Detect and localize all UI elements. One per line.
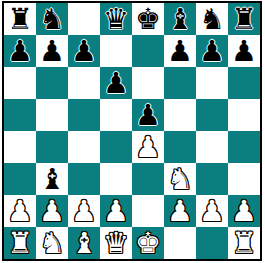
piece-white-pawn[interactable]: ♟ [7, 195, 33, 227]
square-d4[interactable] [100, 131, 132, 163]
square-c6[interactable] [68, 67, 100, 99]
piece-black-pawn[interactable]: ♟ [135, 99, 161, 131]
square-f6[interactable] [164, 67, 196, 99]
square-e8[interactable]: ♚ [132, 3, 164, 35]
piece-white-rook[interactable]: ♜ [7, 227, 33, 259]
square-e6[interactable] [132, 67, 164, 99]
chess-board-frame: ♜♞♛♚♝♞♜♟♟♟♟♟♟♟♟♟♝♞♟♟♟♟♟♟♟♜♞♝♛♚♜ [2, 1, 262, 261]
square-a2[interactable]: ♟ [4, 195, 36, 227]
square-d1[interactable]: ♛ [100, 227, 132, 259]
square-f1[interactable] [164, 227, 196, 259]
piece-white-pawn[interactable]: ♟ [71, 195, 97, 227]
square-h1[interactable]: ♜ [228, 227, 260, 259]
square-g1[interactable] [196, 227, 228, 259]
piece-white-knight[interactable]: ♞ [167, 163, 193, 195]
square-f5[interactable] [164, 99, 196, 131]
piece-black-pawn[interactable]: ♟ [39, 35, 65, 67]
square-b8[interactable]: ♞ [36, 3, 68, 35]
square-e1[interactable]: ♚ [132, 227, 164, 259]
square-b4[interactable] [36, 131, 68, 163]
square-c3[interactable] [68, 163, 100, 195]
piece-white-knight[interactable]: ♞ [39, 227, 65, 259]
square-g6[interactable] [196, 67, 228, 99]
square-h5[interactable] [228, 99, 260, 131]
square-d6[interactable]: ♟ [100, 67, 132, 99]
square-d8[interactable]: ♛ [100, 3, 132, 35]
chess-board: ♜♞♛♚♝♞♜♟♟♟♟♟♟♟♟♟♝♞♟♟♟♟♟♟♟♜♞♝♛♚♜ [4, 3, 260, 259]
square-a8[interactable]: ♜ [4, 3, 36, 35]
square-g3[interactable] [196, 163, 228, 195]
square-c1[interactable]: ♝ [68, 227, 100, 259]
piece-white-pawn[interactable]: ♟ [231, 195, 257, 227]
piece-white-queen[interactable]: ♛ [103, 227, 129, 259]
square-d7[interactable] [100, 35, 132, 67]
square-g2[interactable]: ♟ [196, 195, 228, 227]
square-e4[interactable]: ♟ [132, 131, 164, 163]
piece-black-pawn[interactable]: ♟ [71, 35, 97, 67]
piece-white-king[interactable]: ♚ [135, 227, 161, 259]
piece-black-knight[interactable]: ♞ [39, 3, 65, 35]
square-c8[interactable] [68, 3, 100, 35]
square-d5[interactable] [100, 99, 132, 131]
piece-white-pawn[interactable]: ♟ [135, 131, 161, 163]
square-f3[interactable]: ♞ [164, 163, 196, 195]
square-h3[interactable] [228, 163, 260, 195]
piece-black-rook[interactable]: ♜ [7, 3, 33, 35]
piece-white-pawn[interactable]: ♟ [39, 195, 65, 227]
piece-black-pawn[interactable]: ♟ [7, 35, 33, 67]
square-g8[interactable]: ♞ [196, 3, 228, 35]
square-b6[interactable] [36, 67, 68, 99]
square-c5[interactable] [68, 99, 100, 131]
piece-black-king[interactable]: ♚ [135, 3, 161, 35]
piece-black-knight[interactable]: ♞ [199, 3, 225, 35]
square-f2[interactable]: ♟ [164, 195, 196, 227]
square-f7[interactable]: ♟ [164, 35, 196, 67]
square-b2[interactable]: ♟ [36, 195, 68, 227]
square-d2[interactable]: ♟ [100, 195, 132, 227]
square-e2[interactable] [132, 195, 164, 227]
square-b1[interactable]: ♞ [36, 227, 68, 259]
square-b5[interactable] [36, 99, 68, 131]
square-e5[interactable]: ♟ [132, 99, 164, 131]
piece-black-pawn[interactable]: ♟ [199, 35, 225, 67]
square-h6[interactable] [228, 67, 260, 99]
square-a4[interactable] [4, 131, 36, 163]
square-c2[interactable]: ♟ [68, 195, 100, 227]
piece-white-rook[interactable]: ♜ [231, 227, 257, 259]
square-a1[interactable]: ♜ [4, 227, 36, 259]
square-g4[interactable] [196, 131, 228, 163]
piece-black-queen[interactable]: ♛ [103, 3, 129, 35]
square-e3[interactable] [132, 163, 164, 195]
square-a7[interactable]: ♟ [4, 35, 36, 67]
square-b3[interactable]: ♝ [36, 163, 68, 195]
piece-black-bishop[interactable]: ♝ [39, 163, 65, 195]
square-d3[interactable] [100, 163, 132, 195]
piece-black-pawn[interactable]: ♟ [103, 67, 129, 99]
square-a3[interactable] [4, 163, 36, 195]
piece-white-bishop[interactable]: ♝ [71, 227, 97, 259]
square-e7[interactable] [132, 35, 164, 67]
square-h2[interactable]: ♟ [228, 195, 260, 227]
piece-white-pawn[interactable]: ♟ [103, 195, 129, 227]
piece-black-rook[interactable]: ♜ [231, 3, 257, 35]
piece-black-bishop[interactable]: ♝ [167, 3, 193, 35]
piece-black-pawn[interactable]: ♟ [167, 35, 193, 67]
square-c4[interactable] [68, 131, 100, 163]
square-h4[interactable] [228, 131, 260, 163]
square-c7[interactable]: ♟ [68, 35, 100, 67]
square-g5[interactable] [196, 99, 228, 131]
square-f8[interactable]: ♝ [164, 3, 196, 35]
square-b7[interactable]: ♟ [36, 35, 68, 67]
piece-white-pawn[interactable]: ♟ [199, 195, 225, 227]
square-h8[interactable]: ♜ [228, 3, 260, 35]
square-a5[interactable] [4, 99, 36, 131]
square-f4[interactable] [164, 131, 196, 163]
square-g7[interactable]: ♟ [196, 35, 228, 67]
piece-white-pawn[interactable]: ♟ [167, 195, 193, 227]
square-h7[interactable]: ♟ [228, 35, 260, 67]
square-a6[interactable] [4, 67, 36, 99]
piece-black-pawn[interactable]: ♟ [231, 35, 257, 67]
